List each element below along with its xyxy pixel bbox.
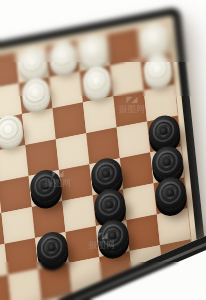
black-piece[interactable]: ⛂ [96, 217, 130, 254]
white-piece-glyph: ⛀ [0, 113, 23, 146]
white-piece[interactable]: ⛀ [142, 52, 172, 85]
black-piece-glyph: ⛂ [96, 217, 130, 254]
white-piece[interactable]: ⛀ [81, 64, 111, 97]
white-piece-glyph: ⛀ [81, 64, 111, 97]
white-piece[interactable]: ⛀ [47, 39, 77, 72]
white-piece-glyph: ⛀ [142, 52, 172, 85]
white-piece-glyph: ⛀ [78, 33, 108, 66]
black-piece-glyph: ⛂ [35, 229, 69, 266]
black-piece[interactable]: ⛂ [28, 167, 62, 204]
white-piece[interactable]: ⛀ [139, 21, 169, 54]
square-r8-c3 [8, 269, 42, 300]
black-piece[interactable]: ⛂ [153, 174, 187, 211]
black-piece[interactable]: ⛂ [35, 229, 69, 266]
white-piece-glyph: ⛀ [20, 76, 50, 109]
white-piece[interactable]: ⛀ [17, 45, 47, 78]
white-piece-glyph: ⛀ [17, 45, 47, 78]
white-piece[interactable]: ⛀ [78, 33, 108, 66]
checkers-photo-scene: ⛀⛀⛀⛀⛀⛀⛀⛀⛂⛂⛂⛂⛂⛂⛂⛂ ◤◢摄图网◤◢摄图网◤◢摄图网 [0, 0, 206, 300]
white-piece[interactable]: ⛀ [0, 113, 23, 146]
black-piece-glyph: ⛂ [153, 174, 187, 211]
black-piece-glyph: ⛂ [28, 167, 62, 204]
white-piece-glyph: ⛀ [47, 39, 77, 72]
white-piece[interactable]: ⛀ [20, 76, 50, 109]
white-piece-glyph: ⛀ [139, 21, 169, 54]
